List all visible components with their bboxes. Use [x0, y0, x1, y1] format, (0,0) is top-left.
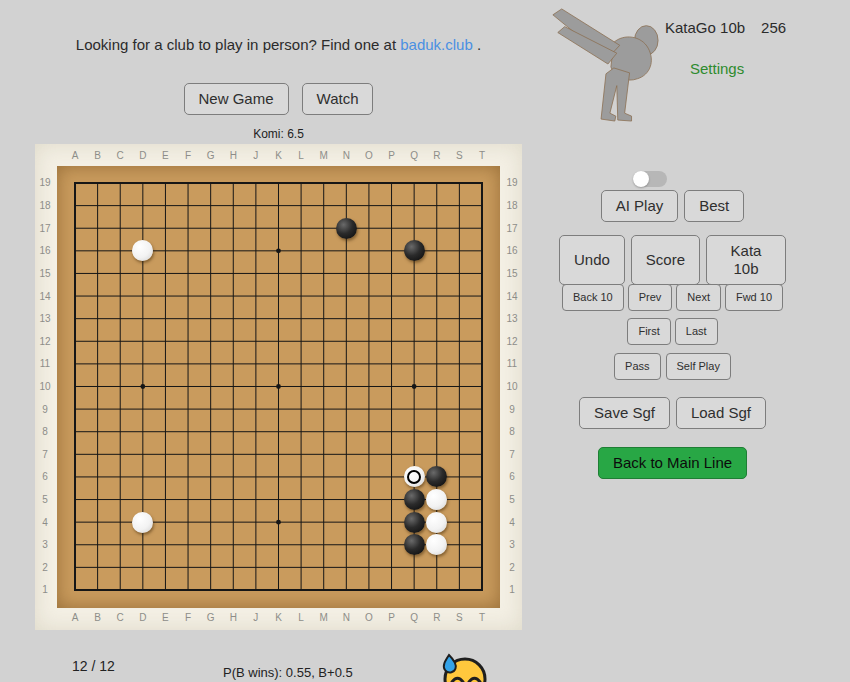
coord-label: 6 [35, 466, 55, 489]
coord-label: S [448, 146, 471, 165]
coord-label: T [471, 146, 494, 165]
coord-label: G [199, 146, 222, 165]
control-row-3: Back 10 Prev Next Fwd 10 [559, 284, 786, 311]
coord-label: 6 [502, 466, 522, 489]
coord-label: 17 [35, 217, 55, 240]
last-button[interactable]: Last [675, 318, 718, 345]
coord-label: F [177, 608, 200, 627]
black-stone-Q3 [404, 534, 425, 555]
coord-label: 13 [502, 307, 522, 330]
coord-label: 19 [35, 172, 55, 195]
coord-label: O [358, 146, 381, 165]
pass-button[interactable]: Pass [614, 353, 660, 380]
coord-label: 13 [35, 307, 55, 330]
coord-label: 2 [35, 556, 55, 579]
control-row-6: Save Sgf Load Sgf [559, 397, 786, 429]
board-coords-left: 19181716151413121110987654321 [35, 172, 55, 602]
coord-label: C [109, 608, 132, 627]
settings-link[interactable]: Settings [690, 60, 744, 77]
promo-suffix: . [473, 36, 481, 53]
coord-label: Q [403, 608, 426, 627]
best-button[interactable]: Best [684, 190, 744, 222]
coord-label: 3 [35, 533, 55, 556]
control-row-1: AI Play Best [559, 190, 786, 222]
board-coords-right: 19181716151413121110987654321 [502, 172, 522, 602]
black-stone-N17 [336, 218, 357, 239]
coord-label: 14 [35, 285, 55, 308]
coord-label: 10 [35, 375, 55, 398]
board-intersections[interactable] [64, 172, 494, 602]
first-button[interactable]: First [627, 318, 670, 345]
back-10-button[interactable]: Back 10 [562, 284, 624, 311]
coord-label: 12 [502, 330, 522, 353]
toggle-knob [633, 171, 649, 187]
new-game-button[interactable]: New Game [184, 83, 289, 115]
coord-label: 3 [502, 533, 522, 556]
score-button[interactable]: Score [631, 235, 700, 285]
save-sgf-button[interactable]: Save Sgf [579, 397, 670, 429]
control-row-4: First Last [559, 318, 786, 345]
coord-label: 11 [502, 353, 522, 376]
coord-label: K [267, 146, 290, 165]
engine-visits: 256 [761, 19, 786, 36]
ai-toggle-switch[interactable] [633, 171, 667, 187]
prev-button[interactable]: Prev [628, 284, 673, 311]
sweat-smile-emoji-icon [440, 653, 488, 682]
watch-button[interactable]: Watch [302, 83, 374, 115]
coord-label: K [267, 608, 290, 627]
engine-info: KataGo 10b256 [665, 19, 786, 36]
right-control-panel: KataGo 10b256 Settings AI Play Best Undo… [559, 0, 786, 682]
coord-label: H [222, 146, 245, 165]
coord-label: O [358, 608, 381, 627]
coord-label: 8 [502, 420, 522, 443]
last-move-marker [407, 470, 421, 484]
coord-label: F [177, 146, 200, 165]
coord-label: B [86, 146, 109, 165]
white-stone-R3 [426, 534, 447, 555]
karate-kick-image [545, 5, 663, 123]
promo-text: Looking for a club to play in person? Fi… [76, 36, 396, 53]
coord-label: B [86, 608, 109, 627]
coord-label: A [64, 146, 87, 165]
coord-label: E [154, 608, 177, 627]
coord-label: L [290, 146, 313, 165]
control-row-5: Pass Self Play [559, 353, 786, 380]
black-stone-Q5 [404, 489, 425, 510]
white-stone-D4 [132, 512, 153, 533]
coord-label: 1 [502, 579, 522, 602]
coord-label: 16 [502, 240, 522, 263]
ai-play-button[interactable]: AI Play [601, 190, 679, 222]
club-promo-text: Looking for a club to play in person? Fi… [35, 36, 522, 53]
coord-label: A [64, 608, 87, 627]
fwd-10-button[interactable]: Fwd 10 [725, 284, 783, 311]
undo-button[interactable]: Undo [559, 235, 625, 285]
coord-label: P [380, 608, 403, 627]
komi-label: Komi: 6.5 [35, 127, 522, 141]
coord-label: 9 [502, 398, 522, 421]
win-probability-text: P(B wins): 0.55, B+0.5 [223, 665, 353, 680]
black-stone-Q4 [404, 512, 425, 533]
coord-label: M [312, 146, 335, 165]
coord-label: 4 [502, 511, 522, 534]
coord-label: 12 [35, 330, 55, 353]
coord-label: 14 [502, 285, 522, 308]
kata-10b-button[interactable]: Kata 10b [706, 235, 786, 285]
coord-label: 15 [35, 262, 55, 285]
coord-label: 5 [502, 488, 522, 511]
coord-label: S [448, 608, 471, 627]
coord-label: 1 [35, 579, 55, 602]
coord-label: D [132, 608, 155, 627]
back-to-main-line-button[interactable]: Back to Main Line [598, 447, 747, 479]
go-board: ABCDEFGHJKLMNOPQRST ABCDEFGHJKLMNOPQRST … [35, 144, 522, 630]
coord-label: 15 [502, 262, 522, 285]
coord-label: H [222, 608, 245, 627]
coord-label: 19 [502, 172, 522, 195]
white-stone-D16 [132, 240, 153, 261]
coord-label: 10 [502, 375, 522, 398]
white-stone-R4 [426, 512, 447, 533]
coord-label: 18 [35, 194, 55, 217]
self-play-button[interactable]: Self Play [666, 353, 731, 380]
next-button[interactable]: Next [676, 284, 721, 311]
coord-label: N [335, 608, 358, 627]
coord-label: G [199, 608, 222, 627]
coord-label: R [425, 146, 448, 165]
coord-label: 17 [502, 217, 522, 240]
white-stone-R5 [426, 489, 447, 510]
coord-label: E [154, 146, 177, 165]
coord-label: T [471, 608, 494, 627]
board-coords-bottom: ABCDEFGHJKLMNOPQRST [64, 608, 494, 627]
coord-label: J [245, 146, 268, 165]
coord-label: P [380, 146, 403, 165]
coord-label: 18 [502, 194, 522, 217]
coord-label: 4 [35, 511, 55, 534]
move-counter: 12 / 12 [72, 658, 115, 674]
coord-label: D [132, 146, 155, 165]
coord-label: 7 [502, 443, 522, 466]
coord-label: J [245, 608, 268, 627]
engine-name: KataGo 10b [665, 19, 745, 36]
black-stone-R6 [426, 466, 447, 487]
coord-label: 9 [35, 398, 55, 421]
top-button-row: New Game Watch [35, 83, 522, 115]
coord-label: C [109, 146, 132, 165]
coord-label: M [312, 608, 335, 627]
load-sgf-button[interactable]: Load Sgf [676, 397, 766, 429]
coord-label: 2 [502, 556, 522, 579]
coord-label: R [425, 608, 448, 627]
control-row-7: Back to Main Line [559, 447, 786, 479]
black-stone-Q16 [404, 240, 425, 261]
baduk-club-link[interactable]: baduk.club [400, 36, 473, 53]
coord-label: 8 [35, 420, 55, 443]
coord-label: L [290, 608, 313, 627]
board-coords-top: ABCDEFGHJKLMNOPQRST [64, 146, 494, 165]
coord-label: N [335, 146, 358, 165]
coord-label: 5 [35, 488, 55, 511]
coord-label: 16 [35, 240, 55, 263]
control-row-2: Undo Score Kata 10b [559, 235, 786, 285]
white-stone-Q6 [404, 466, 425, 487]
coord-label: 7 [35, 443, 55, 466]
coord-label: 11 [35, 353, 55, 376]
coord-label: Q [403, 146, 426, 165]
